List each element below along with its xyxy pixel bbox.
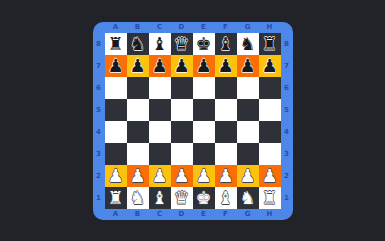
frame-corner	[93, 22, 105, 33]
rank-label-5-right: 5	[281, 99, 293, 121]
rank-label-4-right: 4	[281, 121, 293, 143]
file-label-g-bottom: G	[237, 209, 259, 220]
piece-white-pawn: ♟	[173, 167, 189, 185]
piece-white-pawn: ♟	[195, 167, 211, 185]
file-label-h-top: H	[259, 22, 281, 33]
square-d5[interactable]	[171, 99, 193, 121]
square-a3[interactable]	[105, 143, 127, 165]
square-g1[interactable]: ♞	[237, 187, 259, 209]
square-e7[interactable]: ♟	[193, 55, 215, 77]
piece-black-queen: ♛	[173, 35, 189, 53]
piece-white-queen: ♛	[173, 189, 189, 207]
square-h6[interactable]	[259, 77, 281, 99]
frame-corner	[281, 209, 293, 220]
piece-black-pawn: ♟	[129, 57, 145, 75]
square-e5[interactable]	[193, 99, 215, 121]
rank-label-7-left: 7	[93, 55, 105, 77]
square-h4[interactable]	[259, 121, 281, 143]
file-label-c-top: C	[149, 22, 171, 33]
piece-black-bishop: ♝	[217, 35, 233, 53]
square-a1[interactable]: ♜	[105, 187, 127, 209]
square-b5[interactable]	[127, 99, 149, 121]
piece-white-bishop: ♝	[151, 189, 167, 207]
square-c5[interactable]	[149, 99, 171, 121]
file-label-e-top: E	[193, 22, 215, 33]
rank-label-5-left: 5	[93, 99, 105, 121]
square-e8[interactable]: ♚	[193, 33, 215, 55]
rank-label-3-left: 3	[93, 143, 105, 165]
square-f6[interactable]	[215, 77, 237, 99]
rank-label-3-right: 3	[281, 143, 293, 165]
rank-label-1-right: 1	[281, 187, 293, 209]
piece-white-king: ♚	[195, 189, 211, 207]
piece-white-bishop: ♝	[217, 189, 233, 207]
file-label-g-top: G	[237, 22, 259, 33]
square-h8[interactable]: ♜	[259, 33, 281, 55]
piece-white-rook: ♜	[261, 189, 277, 207]
square-f1[interactable]: ♝	[215, 187, 237, 209]
square-h2[interactable]: ♟	[259, 165, 281, 187]
piece-white-pawn: ♟	[107, 167, 123, 185]
piece-black-pawn: ♟	[217, 57, 233, 75]
piece-black-knight: ♞	[129, 35, 145, 53]
square-g6[interactable]	[237, 77, 259, 99]
square-a6[interactable]	[105, 77, 127, 99]
square-g7[interactable]: ♟	[237, 55, 259, 77]
square-f3[interactable]	[215, 143, 237, 165]
square-b3[interactable]	[127, 143, 149, 165]
square-h5[interactable]	[259, 99, 281, 121]
square-b4[interactable]	[127, 121, 149, 143]
piece-black-bishop: ♝	[151, 35, 167, 53]
piece-black-rook: ♜	[107, 35, 123, 53]
square-f7[interactable]: ♟	[215, 55, 237, 77]
square-e4[interactable]	[193, 121, 215, 143]
square-h7[interactable]: ♟	[259, 55, 281, 77]
piece-black-pawn: ♟	[173, 57, 189, 75]
file-label-h-bottom: H	[259, 209, 281, 220]
square-d7[interactable]: ♟	[171, 55, 193, 77]
file-label-f-top: F	[215, 22, 237, 33]
square-h1[interactable]: ♜	[259, 187, 281, 209]
rank-label-8-left: 8	[93, 33, 105, 55]
rank-label-2-left: 2	[93, 165, 105, 187]
rank-label-6-left: 6	[93, 77, 105, 99]
piece-white-pawn: ♟	[129, 167, 145, 185]
piece-black-pawn: ♟	[239, 57, 255, 75]
square-g3[interactable]	[237, 143, 259, 165]
square-c4[interactable]	[149, 121, 171, 143]
rank-label-1-left: 1	[93, 187, 105, 209]
square-c8[interactable]: ♝	[149, 33, 171, 55]
piece-black-pawn: ♟	[261, 57, 277, 75]
file-label-e-bottom: E	[193, 209, 215, 220]
square-b6[interactable]	[127, 77, 149, 99]
rank-label-7-right: 7	[281, 55, 293, 77]
square-e3[interactable]	[193, 143, 215, 165]
piece-white-knight: ♞	[239, 189, 255, 207]
square-f2[interactable]: ♟	[215, 165, 237, 187]
frame-corner	[281, 22, 293, 33]
square-c6[interactable]	[149, 77, 171, 99]
file-label-a-top: A	[105, 22, 127, 33]
piece-black-pawn: ♟	[151, 57, 167, 75]
chess-board: ABCDEFGH8♜♞♝♛♚♝♞♜87♟♟♟♟♟♟♟♟7665544332♟♟♟…	[93, 22, 293, 220]
piece-white-pawn: ♟	[151, 167, 167, 185]
square-d3[interactable]	[171, 143, 193, 165]
square-c2[interactable]: ♟	[149, 165, 171, 187]
square-d6[interactable]	[171, 77, 193, 99]
square-e6[interactable]	[193, 77, 215, 99]
square-b2[interactable]: ♟	[127, 165, 149, 187]
rank-label-4-left: 4	[93, 121, 105, 143]
piece-white-pawn: ♟	[261, 167, 277, 185]
square-g2[interactable]: ♟	[237, 165, 259, 187]
square-b1[interactable]: ♞	[127, 187, 149, 209]
square-c3[interactable]	[149, 143, 171, 165]
square-d4[interactable]	[171, 121, 193, 143]
file-label-b-bottom: B	[127, 209, 149, 220]
square-a4[interactable]	[105, 121, 127, 143]
square-c7[interactable]: ♟	[149, 55, 171, 77]
file-label-a-bottom: A	[105, 209, 127, 220]
square-g4[interactable]	[237, 121, 259, 143]
file-label-d-bottom: D	[171, 209, 193, 220]
square-a5[interactable]	[105, 99, 127, 121]
square-f5[interactable]	[215, 99, 237, 121]
square-e2[interactable]: ♟	[193, 165, 215, 187]
piece-white-knight: ♞	[129, 189, 145, 207]
rank-label-2-right: 2	[281, 165, 293, 187]
rank-label-6-right: 6	[281, 77, 293, 99]
piece-black-rook: ♜	[261, 35, 277, 53]
file-label-f-bottom: F	[215, 209, 237, 220]
piece-white-pawn: ♟	[217, 167, 233, 185]
square-c1[interactable]: ♝	[149, 187, 171, 209]
square-d8[interactable]: ♛	[171, 33, 193, 55]
square-d1[interactable]: ♛	[171, 187, 193, 209]
square-f8[interactable]: ♝	[215, 33, 237, 55]
piece-white-rook: ♜	[107, 189, 123, 207]
piece-black-pawn: ♟	[107, 57, 123, 75]
file-label-d-top: D	[171, 22, 193, 33]
piece-white-pawn: ♟	[239, 167, 255, 185]
file-label-b-top: B	[127, 22, 149, 33]
piece-black-knight: ♞	[239, 35, 255, 53]
square-g8[interactable]: ♞	[237, 33, 259, 55]
frame-corner	[93, 209, 105, 220]
square-a7[interactable]: ♟	[105, 55, 127, 77]
piece-black-pawn: ♟	[195, 57, 211, 75]
square-d2[interactable]: ♟	[171, 165, 193, 187]
square-f4[interactable]	[215, 121, 237, 143]
square-b8[interactable]: ♞	[127, 33, 149, 55]
square-e1[interactable]: ♚	[193, 187, 215, 209]
square-b7[interactable]: ♟	[127, 55, 149, 77]
square-h3[interactable]	[259, 143, 281, 165]
rank-label-8-right: 8	[281, 33, 293, 55]
square-g5[interactable]	[237, 99, 259, 121]
piece-black-king: ♚	[195, 35, 211, 53]
square-a8[interactable]: ♜	[105, 33, 127, 55]
square-a2[interactable]: ♟	[105, 165, 127, 187]
file-label-c-bottom: C	[149, 209, 171, 220]
